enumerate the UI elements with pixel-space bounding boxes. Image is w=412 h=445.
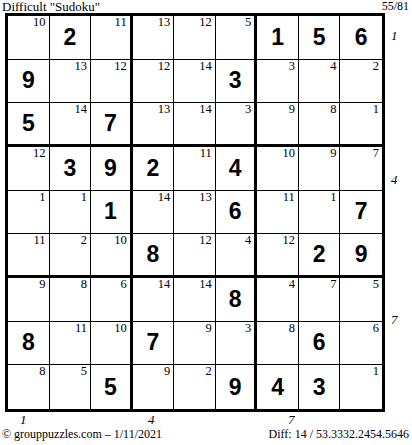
cell-value: 5 (91, 365, 130, 409)
cell-r3c5[interactable]: 14 (174, 103, 216, 147)
cell-r1c3[interactable]: 11 (91, 16, 133, 60)
cell-r1c9[interactable]: 6 (340, 16, 382, 60)
row-label-7: 7 (391, 312, 398, 328)
cell-value: 4 (257, 365, 298, 409)
cell-value: 7 (133, 322, 174, 365)
step-mark: 11 (34, 233, 46, 247)
cell-r3c4[interactable]: 13 (133, 103, 175, 147)
step-mark: 4 (330, 59, 336, 73)
step-mark: 2 (81, 233, 87, 247)
cell-r4c4[interactable]: 2 (133, 147, 175, 191)
cell-r2c2[interactable]: 13 (50, 60, 92, 104)
cell-r2c6[interactable]: 3 (216, 60, 258, 104)
cell-value: 1 (91, 191, 130, 234)
cell-r8c3[interactable]: 10 (91, 322, 133, 366)
step-mark: 12 (282, 233, 295, 247)
cell-value: 5 (299, 16, 340, 59)
cell-r6c2[interactable]: 2 (50, 234, 92, 278)
step-mark: 14 (158, 190, 171, 204)
step-mark: 7 (330, 277, 336, 291)
step-mark: 10 (282, 146, 295, 160)
step-mark: 3 (289, 59, 295, 73)
cell-r5c3[interactable]: 1 (91, 191, 133, 235)
step-mark: 11 (75, 321, 87, 335)
step-mark: 11 (283, 190, 295, 204)
step-mark: 1 (81, 190, 87, 204)
cell-r4c1[interactable]: 12 (8, 147, 50, 191)
step-mark: 10 (33, 15, 46, 29)
step-mark: 7 (373, 146, 379, 160)
cell-r7c5[interactable]: 14 (174, 278, 216, 322)
step-mark: 5 (373, 277, 379, 291)
step-mark: 1 (330, 190, 336, 204)
cell-value: 9 (340, 234, 382, 275)
col-label-1: 1 (20, 412, 27, 428)
cell-r4c9[interactable]: 7 (340, 147, 382, 191)
cell-r3c3[interactable]: 7 (91, 103, 133, 147)
cell-r8c9[interactable]: 6 (340, 322, 382, 366)
difficulty-text: Diff: 14 / 53.3332.2454.5646 (269, 427, 409, 442)
step-mark: 1 (39, 190, 45, 204)
cell-value: 6 (299, 322, 340, 365)
cell-value: 8 (216, 278, 255, 321)
step-mark: 9 (206, 321, 212, 335)
step-mark: 6 (120, 277, 126, 291)
cell-value: 9 (91, 147, 130, 190)
cell-r2c4[interactable]: 12 (133, 60, 175, 104)
step-mark: 6 (373, 321, 379, 335)
cell-r7c4[interactable]: 14 (133, 278, 175, 322)
cell-value: 9 (216, 365, 255, 409)
cell-value: 1 (257, 16, 298, 59)
step-mark: 13 (199, 190, 212, 204)
step-mark: 1 (373, 364, 379, 378)
cell-value: 7 (91, 103, 130, 144)
cell-r5c2[interactable]: 1 (50, 191, 92, 235)
cell-r7c9[interactable]: 5 (340, 278, 382, 322)
cell-value: 3 (299, 365, 340, 409)
cell-r8c1[interactable]: 8 (8, 322, 50, 366)
sudoku-grid: 1021113125156913121214334251471314398112… (5, 13, 385, 412)
cell-r4c6[interactable]: 4 (216, 147, 258, 191)
step-mark: 9 (164, 364, 170, 378)
cell-r7c3[interactable]: 6 (91, 278, 133, 322)
step-mark: 8 (39, 364, 45, 378)
cell-r9c1[interactable]: 8 (8, 365, 50, 409)
step-mark: 4 (289, 277, 295, 291)
step-mark: 10 (114, 321, 127, 335)
step-mark: 9 (39, 277, 45, 291)
cell-r4c3[interactable]: 9 (91, 147, 133, 191)
cell-r8c4[interactable]: 7 (133, 322, 175, 366)
cell-value: 2 (133, 147, 174, 190)
cell-r9c4[interactable]: 9 (133, 365, 175, 409)
cell-r5c1[interactable]: 1 (8, 191, 50, 235)
step-mark: 5 (245, 15, 251, 29)
cell-r9c9[interactable]: 1 (340, 365, 382, 409)
cell-r9c5[interactable]: 2 (174, 365, 216, 409)
cell-r1c8[interactable]: 5 (299, 16, 341, 60)
step-mark: 14 (199, 277, 212, 291)
step-mark: 3 (245, 321, 251, 335)
step-mark: 14 (199, 59, 212, 73)
step-mark: 2 (206, 364, 212, 378)
step-mark: 12 (158, 59, 171, 73)
copyright-text: © grouppuzzles.com – 1/11/2021 (2, 427, 162, 442)
step-mark: 9 (330, 146, 336, 160)
cell-r7c2[interactable]: 8 (50, 278, 92, 322)
cell-value: 6 (340, 16, 382, 59)
step-mark: 2 (373, 59, 379, 73)
cell-r3c2[interactable]: 14 (50, 103, 92, 147)
cell-r8c7[interactable]: 8 (257, 322, 299, 366)
cell-r6c3[interactable]: 10 (91, 234, 133, 278)
cell-r7c8[interactable]: 7 (299, 278, 341, 322)
step-mark: 13 (158, 15, 171, 29)
cell-r3c6[interactable]: 3 (216, 103, 258, 147)
cell-r1c7[interactable]: 1 (257, 16, 299, 60)
cell-r9c2[interactable]: 5 (50, 365, 92, 409)
cell-value: 8 (8, 322, 49, 365)
cell-r1c1[interactable]: 10 (8, 16, 50, 60)
cell-r5c9[interactable]: 7 (340, 191, 382, 235)
cell-r1c2[interactable]: 2 (50, 16, 92, 60)
cell-value: 4 (216, 147, 255, 190)
cell-value: 2 (299, 234, 340, 275)
cell-r8c5[interactable]: 9 (174, 322, 216, 366)
cell-value: 3 (216, 60, 255, 103)
cell-r9c7[interactable]: 4 (257, 365, 299, 409)
cell-value: 9 (8, 60, 49, 103)
cell-r5c7[interactable]: 11 (257, 191, 299, 235)
cell-r6c4[interactable]: 8 (133, 234, 175, 278)
cell-r9c3[interactable]: 5 (91, 365, 133, 409)
cell-r1c4[interactable]: 13 (133, 16, 175, 60)
cell-r6c8[interactable]: 2 (299, 234, 341, 278)
col-label-7: 7 (288, 412, 295, 428)
cell-r5c4[interactable]: 14 (133, 191, 175, 235)
cell-value: 6 (216, 191, 255, 234)
step-mark: 14 (158, 277, 171, 291)
cell-r8c8[interactable]: 6 (299, 322, 341, 366)
col-label-4: 4 (148, 412, 155, 428)
cell-r7c6[interactable]: 8 (216, 278, 258, 322)
cell-r5c8[interactable]: 1 (299, 191, 341, 235)
cell-r6c5[interactable]: 12 (174, 234, 216, 278)
cell-r3c8[interactable]: 8 (299, 103, 341, 147)
step-mark: 11 (200, 146, 212, 160)
cell-r1c5[interactable]: 12 (174, 16, 216, 60)
cell-r9c8[interactable]: 3 (299, 365, 341, 409)
step-mark: 12 (199, 15, 212, 29)
cell-value: 7 (340, 191, 382, 234)
cell-r2c8[interactable]: 4 (299, 60, 341, 104)
step-mark: 10 (114, 233, 127, 247)
row-label-1: 1 (391, 28, 398, 44)
step-mark: 13 (158, 102, 171, 116)
cell-r3c7[interactable]: 9 (257, 103, 299, 147)
cell-r2c9[interactable]: 2 (340, 60, 382, 104)
cell-r7c1[interactable]: 9 (8, 278, 50, 322)
step-mark: 12 (114, 59, 127, 73)
cell-r8c6[interactable]: 3 (216, 322, 258, 366)
step-mark: 12 (33, 146, 46, 160)
cell-r6c9[interactable]: 9 (340, 234, 382, 278)
step-mark: 11 (115, 15, 127, 29)
row-label-4: 4 (391, 172, 398, 188)
step-mark: 14 (75, 102, 88, 116)
step-mark: 1 (373, 102, 379, 116)
step-mark: 8 (330, 102, 336, 116)
step-mark: 4 (245, 233, 251, 247)
step-mark: 12 (199, 233, 212, 247)
cell-r2c1[interactable]: 9 (8, 60, 50, 104)
step-mark: 3 (245, 102, 251, 116)
cell-r3c1[interactable]: 5 (8, 103, 50, 147)
cell-value: 8 (133, 234, 174, 275)
cell-r2c3[interactable]: 12 (91, 60, 133, 104)
cell-r5c5[interactable]: 13 (174, 191, 216, 235)
cell-r4c8[interactable]: 9 (299, 147, 341, 191)
cell-r8c2[interactable]: 11 (50, 322, 92, 366)
cell-r2c7[interactable]: 3 (257, 60, 299, 104)
sudoku-page: Difficult "Sudoku" 55/81 102111312515691… (0, 0, 412, 445)
cell-r2c5[interactable]: 14 (174, 60, 216, 104)
cell-r7c7[interactable]: 4 (257, 278, 299, 322)
cell-r4c7[interactable]: 10 (257, 147, 299, 191)
step-mark: 14 (199, 102, 212, 116)
step-mark: 8 (289, 321, 295, 335)
step-mark: 8 (81, 277, 87, 291)
cell-r4c5[interactable]: 11 (174, 147, 216, 191)
cell-value: 2 (50, 16, 91, 59)
cell-r6c1[interactable]: 11 (8, 234, 50, 278)
cell-r6c6[interactable]: 4 (216, 234, 258, 278)
cell-value: 5 (8, 103, 49, 144)
cell-value: 3 (50, 147, 91, 190)
step-mark: 5 (81, 364, 87, 378)
step-mark: 9 (289, 102, 295, 116)
cell-r1c6[interactable]: 5 (216, 16, 258, 60)
progress-counter: 55/81 (382, 0, 409, 14)
cell-r3c9[interactable]: 1 (340, 103, 382, 147)
step-mark: 13 (75, 59, 88, 73)
cell-r6c7[interactable]: 12 (257, 234, 299, 278)
cell-r4c2[interactable]: 3 (50, 147, 92, 191)
cell-r5c6[interactable]: 6 (216, 191, 258, 235)
cell-r9c6[interactable]: 9 (216, 365, 258, 409)
